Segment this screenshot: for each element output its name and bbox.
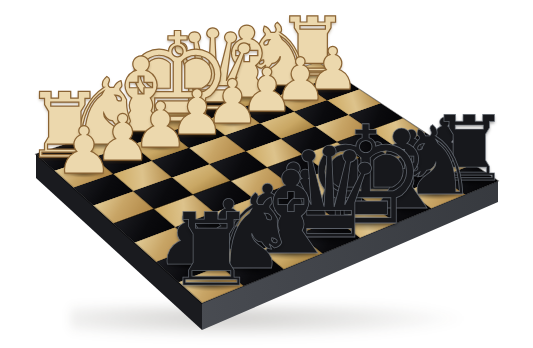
piece-white-pawn-a2[interactable]: ♟ (55, 118, 113, 183)
chess-set-photo: ♜♞♝♚♛♝♞♜♟♟♟♟♟♟♟♟♟♟♟♟♟♟♟♟♜♞♝♛♚♝♞♜ (0, 0, 533, 348)
piece-black-rook-a8[interactable]: ♜ (166, 200, 256, 301)
pieces-layer: ♜♞♝♚♛♝♞♜♟♟♟♟♟♟♟♟♟♟♟♟♟♟♟♟♜♞♝♛♚♝♞♜ (0, 0, 533, 348)
